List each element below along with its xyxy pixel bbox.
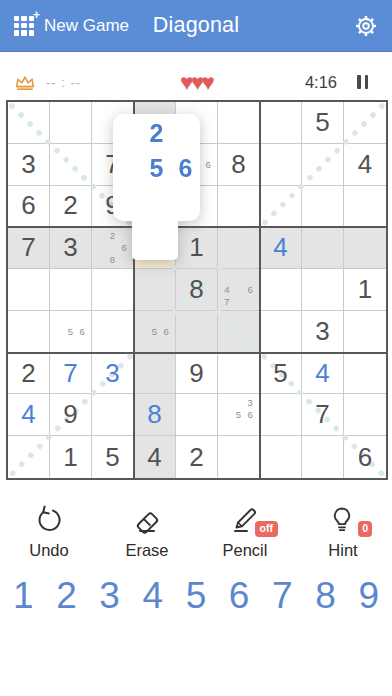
cell-r9c7[interactable]	[260, 436, 302, 478]
pencil-marks: 56	[176, 144, 217, 185]
pencil-label: Pencil	[223, 541, 268, 560]
bulb-icon	[326, 504, 358, 536]
cell-r9c4[interactable]: 4	[134, 436, 176, 478]
given-digit: 2	[63, 190, 77, 221]
cell-r3c3[interactable]: 9	[92, 186, 134, 228]
best-time-value: -- : --	[46, 75, 81, 90]
given-digit: 3	[63, 232, 77, 263]
given-digit: 2	[21, 358, 35, 389]
cell-r9c8[interactable]	[302, 436, 344, 478]
cell-r4c5[interactable]: 1	[176, 227, 218, 269]
cell-r5c2[interactable]	[50, 269, 92, 311]
cell-r9c6[interactable]	[218, 436, 260, 478]
given-digit: 7	[105, 149, 119, 180]
cell-r8c7[interactable]	[260, 394, 302, 436]
cell-r1c4[interactable]	[134, 102, 176, 144]
cell-r5c5[interactable]: 8	[176, 269, 218, 311]
cell-r2c3[interactable]: 7	[92, 144, 134, 186]
cell-r6c4[interactable]: 56	[134, 311, 176, 353]
cell-r8c9[interactable]	[344, 394, 386, 436]
given-digit: 4	[147, 442, 161, 473]
cell-r1c6[interactable]	[218, 102, 260, 144]
cell-r8c4[interactable]: 8	[134, 394, 176, 436]
cell-r4c6[interactable]	[218, 227, 260, 269]
cell-r5c8[interactable]	[302, 269, 344, 311]
cell-r9c3[interactable]: 5	[92, 436, 134, 478]
given-digit: 3	[21, 149, 35, 180]
given-digit: 5	[105, 442, 119, 473]
cell-r3c5[interactable]	[176, 186, 218, 228]
numpad-6[interactable]: 6	[229, 574, 250, 618]
cell-r5c4[interactable]	[134, 269, 176, 311]
best-time: -- : --	[14, 74, 81, 91]
sudoku-board: 5375684629732681484671565632739544983567…	[6, 100, 388, 480]
cell-r7c6[interactable]	[218, 353, 260, 395]
cell-r6c7[interactable]	[260, 311, 302, 353]
given-digit: 1	[189, 232, 203, 263]
given-digit: 6	[358, 442, 372, 473]
cell-r2c8[interactable]	[302, 144, 344, 186]
cell-r7c9[interactable]	[344, 353, 386, 395]
cell-r2c1[interactable]: 3	[8, 144, 50, 186]
cell-r9c2[interactable]: 1	[50, 436, 92, 478]
erase-label: Erase	[125, 541, 168, 560]
cell-r5c7[interactable]	[260, 269, 302, 311]
given-digit: 9	[189, 358, 203, 389]
cell-r4c4[interactable]	[134, 227, 176, 269]
cell-r6c3[interactable]	[92, 311, 134, 353]
status-bar: -- : -- ♥♥♥ 4:16	[0, 66, 392, 98]
cell-r7c5[interactable]: 9	[176, 353, 218, 395]
cell-r6c1[interactable]	[8, 311, 50, 353]
given-digit: 2	[189, 442, 203, 473]
undo-button[interactable]: Undo	[0, 504, 98, 560]
numpad-4[interactable]: 4	[143, 574, 164, 618]
cell-r3c7[interactable]	[260, 186, 302, 228]
cell-r3c6[interactable]	[218, 186, 260, 228]
given-digit: 6	[21, 190, 35, 221]
cell-r4c8[interactable]	[302, 227, 344, 269]
pencil-marks: 356	[218, 394, 259, 435]
numpad-7[interactable]: 7	[272, 574, 293, 618]
player-digit: 4	[273, 232, 287, 263]
eraser-icon	[130, 504, 162, 536]
numpad-3[interactable]: 3	[99, 574, 120, 618]
given-digit: 1	[358, 274, 372, 305]
numpad-1[interactable]: 1	[13, 574, 34, 618]
given-digit: 7	[315, 399, 329, 430]
cell-r5c3[interactable]	[92, 269, 134, 311]
cell-r4c1[interactable]: 7	[8, 227, 50, 269]
player-digit: 3	[105, 358, 119, 389]
cell-r3c4[interactable]	[134, 186, 176, 228]
cell-r8c6[interactable]: 356	[218, 394, 260, 436]
cell-r7c2[interactable]: 7	[50, 353, 92, 395]
cell-r3c9[interactable]	[344, 186, 386, 228]
pencil-off-badge: off	[255, 521, 278, 537]
given-digit: 7	[21, 232, 35, 263]
cell-r5c1[interactable]	[8, 269, 50, 311]
pencil-marks: 56	[50, 311, 91, 352]
given-digit: 4	[358, 149, 372, 180]
player-digit: 4	[21, 399, 35, 430]
cell-r3c8[interactable]	[302, 186, 344, 228]
given-digit: 9	[105, 190, 119, 221]
numpad-5[interactable]: 5	[186, 574, 207, 618]
given-digit: 3	[315, 316, 329, 347]
given-digit: 5	[315, 107, 329, 138]
erase-button[interactable]: Erase	[98, 504, 196, 560]
toolbar: Undo Erase off Pencil	[0, 504, 392, 560]
page-title: Diagonal	[153, 12, 239, 37]
new-game-button[interactable]: + New Game	[14, 16, 129, 36]
cell-r1c8[interactable]: 5	[302, 102, 344, 144]
lives-hearts: ♥♥♥	[180, 71, 212, 94]
cell-r4c3[interactable]: 268	[92, 227, 134, 269]
cell-r3c1[interactable]: 6	[8, 186, 50, 228]
cell-r8c8[interactable]: 7	[302, 394, 344, 436]
cell-r4c7[interactable]: 4	[260, 227, 302, 269]
new-game-grid-plus-icon: +	[14, 16, 34, 36]
cell-r1c2[interactable]	[50, 102, 92, 144]
cell-r1c1[interactable]	[8, 102, 50, 144]
cell-r1c5[interactable]	[176, 102, 218, 144]
player-digit: 8	[147, 399, 161, 430]
cell-r6c5[interactable]	[176, 311, 218, 353]
pencil-marks: 56	[134, 311, 175, 352]
given-digit: 5	[273, 358, 287, 389]
cell-r1c3[interactable]	[92, 102, 134, 144]
cell-r7c1[interactable]: 2	[8, 353, 50, 395]
gear-icon	[354, 14, 378, 38]
pause-button[interactable]	[355, 73, 370, 91]
player-digit: 7	[63, 358, 77, 389]
given-digit: 9	[63, 399, 77, 430]
cell-r4c9[interactable]	[344, 227, 386, 269]
cell-r5c9[interactable]: 1	[344, 269, 386, 311]
crown-icon	[14, 74, 36, 91]
cell-r2c5[interactable]: 56	[176, 144, 218, 186]
pencil-marks: 268	[92, 227, 133, 268]
cell-r6c6[interactable]	[218, 311, 260, 353]
pencil-marks: 467	[218, 269, 259, 310]
cell-r9c5[interactable]: 2	[176, 436, 218, 478]
cell-r6c8[interactable]: 3	[302, 311, 344, 353]
top-bar: + New Game Diagonal	[0, 0, 392, 52]
cell-r6c2[interactable]: 56	[50, 311, 92, 353]
cell-r2c2[interactable]	[50, 144, 92, 186]
cell-r2c6[interactable]: 8	[218, 144, 260, 186]
cell-r9c9[interactable]: 6	[344, 436, 386, 478]
new-game-label: New Game	[44, 16, 129, 36]
cell-r7c7[interactable]: 5	[260, 353, 302, 395]
undo-icon	[32, 504, 64, 536]
cell-r7c4[interactable]	[134, 353, 176, 395]
cell-r1c9[interactable]	[344, 102, 386, 144]
pencil-button[interactable]: off Pencil	[196, 504, 294, 560]
cell-r2c7[interactable]	[260, 144, 302, 186]
player-digit: 4	[315, 358, 329, 389]
cell-r3c2[interactable]: 2	[50, 186, 92, 228]
hint-label: Hint	[328, 541, 357, 560]
cell-r2c4[interactable]	[134, 144, 176, 186]
cell-r7c3[interactable]: 3	[92, 353, 134, 395]
numpad-2[interactable]: 2	[56, 574, 77, 618]
given-digit: 1	[63, 442, 77, 473]
cell-r8c3[interactable]	[92, 394, 134, 436]
cell-r5c6[interactable]: 467	[218, 269, 260, 311]
cell-r9c1[interactable]	[8, 436, 50, 478]
hint-count-badge: 0	[358, 521, 372, 537]
cell-r2c9[interactable]: 4	[344, 144, 386, 186]
numpad-9[interactable]: 9	[358, 574, 379, 618]
cell-r4c2[interactable]: 3	[50, 227, 92, 269]
number-pad: 1 2 3 4 5 6 7 8 9	[0, 574, 392, 618]
hint-button[interactable]: 0 Hint	[294, 504, 392, 560]
cell-r8c5[interactable]	[176, 394, 218, 436]
cell-r8c1[interactable]: 4	[8, 394, 50, 436]
given-digit: 8	[231, 149, 245, 180]
given-digit: 8	[189, 274, 203, 305]
undo-label: Undo	[29, 541, 68, 560]
settings-button[interactable]	[354, 14, 378, 38]
cell-r1c7[interactable]	[260, 102, 302, 144]
numpad-8[interactable]: 8	[315, 574, 336, 618]
cell-r6c9[interactable]	[344, 311, 386, 353]
cell-r8c2[interactable]: 9	[50, 394, 92, 436]
timer-value: 4:16	[305, 73, 337, 92]
cell-r7c8[interactable]: 4	[302, 353, 344, 395]
